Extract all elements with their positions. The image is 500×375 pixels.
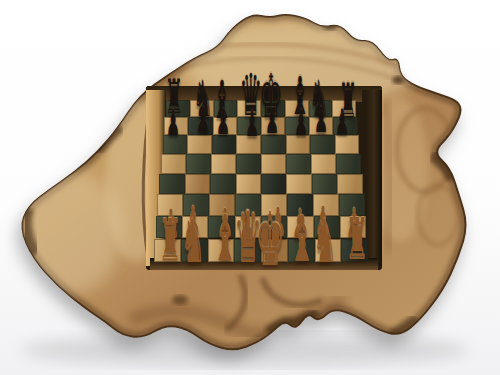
recess-wall-left (146, 90, 166, 266)
recess-wall-top (146, 86, 382, 102)
photo-canvas: ♜♞♝♛♚♝♞♜♟♟♟♟♟♟♟♟♟♟♟♟♟♟♟♟♜♞♝♛♚♝♞♜ (0, 0, 500, 375)
board-recess (146, 86, 382, 270)
recess-wall-right (362, 90, 382, 266)
recess-wall-bottom (150, 258, 378, 270)
